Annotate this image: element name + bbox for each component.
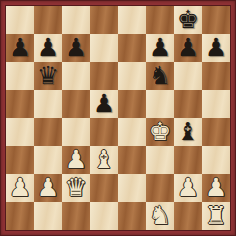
square-e3[interactable]	[118, 146, 146, 174]
piece-white-rook[interactable]: ♜	[205, 203, 227, 228]
piece-black-pawn[interactable]: ♟	[93, 91, 115, 116]
square-g8[interactable]: ♚	[174, 6, 202, 34]
square-g2[interactable]: ♟	[174, 174, 202, 202]
square-h2[interactable]: ♟	[202, 174, 230, 202]
square-c1[interactable]	[62, 202, 90, 230]
piece-white-pawn[interactable]: ♟	[205, 175, 227, 200]
piece-black-bishop[interactable]: ♝	[177, 119, 199, 144]
square-f1[interactable]: ♞	[146, 202, 174, 230]
square-a7[interactable]: ♟	[6, 34, 34, 62]
piece-white-bishop[interactable]: ♝	[93, 147, 115, 172]
square-g3[interactable]	[174, 146, 202, 174]
square-g6[interactable]	[174, 62, 202, 90]
square-f5[interactable]	[146, 90, 174, 118]
square-a6[interactable]	[6, 62, 34, 90]
square-c8[interactable]	[62, 6, 90, 34]
square-d6[interactable]	[90, 62, 118, 90]
piece-white-pawn[interactable]: ♟	[177, 175, 199, 200]
piece-white-pawn[interactable]: ♟	[9, 175, 31, 200]
square-h1[interactable]: ♜	[202, 202, 230, 230]
piece-black-pawn[interactable]: ♟	[149, 35, 171, 60]
piece-black-queen[interactable]: ♛	[37, 63, 59, 88]
square-d2[interactable]	[90, 174, 118, 202]
square-b1[interactable]	[34, 202, 62, 230]
square-c3[interactable]: ♟	[62, 146, 90, 174]
square-g7[interactable]: ♟	[174, 34, 202, 62]
square-b2[interactable]: ♟	[34, 174, 62, 202]
square-d5[interactable]: ♟	[90, 90, 118, 118]
piece-white-queen[interactable]: ♛	[65, 175, 87, 200]
square-f3[interactable]	[146, 146, 174, 174]
square-f2[interactable]	[146, 174, 174, 202]
piece-black-king[interactable]: ♚	[177, 7, 199, 32]
square-b8[interactable]	[34, 6, 62, 34]
square-a3[interactable]	[6, 146, 34, 174]
piece-black-pawn[interactable]: ♟	[177, 35, 199, 60]
square-c2[interactable]: ♛	[62, 174, 90, 202]
square-b4[interactable]	[34, 118, 62, 146]
square-c4[interactable]	[62, 118, 90, 146]
square-b6[interactable]: ♛	[34, 62, 62, 90]
square-f8[interactable]	[146, 6, 174, 34]
square-b7[interactable]: ♟	[34, 34, 62, 62]
square-e5[interactable]	[118, 90, 146, 118]
piece-black-pawn[interactable]: ♟	[37, 35, 59, 60]
square-d1[interactable]	[90, 202, 118, 230]
square-h5[interactable]	[202, 90, 230, 118]
piece-white-king[interactable]: ♚	[149, 119, 171, 144]
square-b5[interactable]	[34, 90, 62, 118]
square-e8[interactable]	[118, 6, 146, 34]
square-e7[interactable]	[118, 34, 146, 62]
square-d7[interactable]	[90, 34, 118, 62]
square-h8[interactable]	[202, 6, 230, 34]
square-g5[interactable]	[174, 90, 202, 118]
piece-white-knight[interactable]: ♞	[149, 203, 171, 228]
square-h4[interactable]	[202, 118, 230, 146]
piece-black-pawn[interactable]: ♟	[205, 35, 227, 60]
square-e1[interactable]	[118, 202, 146, 230]
square-a4[interactable]	[6, 118, 34, 146]
piece-white-pawn[interactable]: ♟	[37, 175, 59, 200]
square-c5[interactable]	[62, 90, 90, 118]
square-f7[interactable]: ♟	[146, 34, 174, 62]
square-d8[interactable]	[90, 6, 118, 34]
square-h7[interactable]: ♟	[202, 34, 230, 62]
square-d4[interactable]	[90, 118, 118, 146]
square-g4[interactable]: ♝	[174, 118, 202, 146]
square-h6[interactable]	[202, 62, 230, 90]
square-e4[interactable]	[118, 118, 146, 146]
board-frame: ♚♟♟♟♟♟♟♛♞♟♚♝♟♝♟♟♛♟♟♞♜	[0, 0, 236, 236]
square-a8[interactable]	[6, 6, 34, 34]
square-a1[interactable]	[6, 202, 34, 230]
piece-black-knight[interactable]: ♞	[149, 63, 171, 88]
chess-board: ♚♟♟♟♟♟♟♛♞♟♚♝♟♝♟♟♛♟♟♞♜	[6, 6, 230, 230]
piece-black-pawn[interactable]: ♟	[65, 35, 87, 60]
square-d3[interactable]: ♝	[90, 146, 118, 174]
square-f4[interactable]: ♚	[146, 118, 174, 146]
square-a5[interactable]	[6, 90, 34, 118]
square-c7[interactable]: ♟	[62, 34, 90, 62]
piece-black-pawn[interactable]: ♟	[9, 35, 31, 60]
square-a2[interactable]: ♟	[6, 174, 34, 202]
square-c6[interactable]	[62, 62, 90, 90]
square-g1[interactable]	[174, 202, 202, 230]
square-f6[interactable]: ♞	[146, 62, 174, 90]
square-h3[interactable]	[202, 146, 230, 174]
square-e2[interactable]	[118, 174, 146, 202]
square-b3[interactable]	[34, 146, 62, 174]
square-e6[interactable]	[118, 62, 146, 90]
piece-white-pawn[interactable]: ♟	[65, 147, 87, 172]
